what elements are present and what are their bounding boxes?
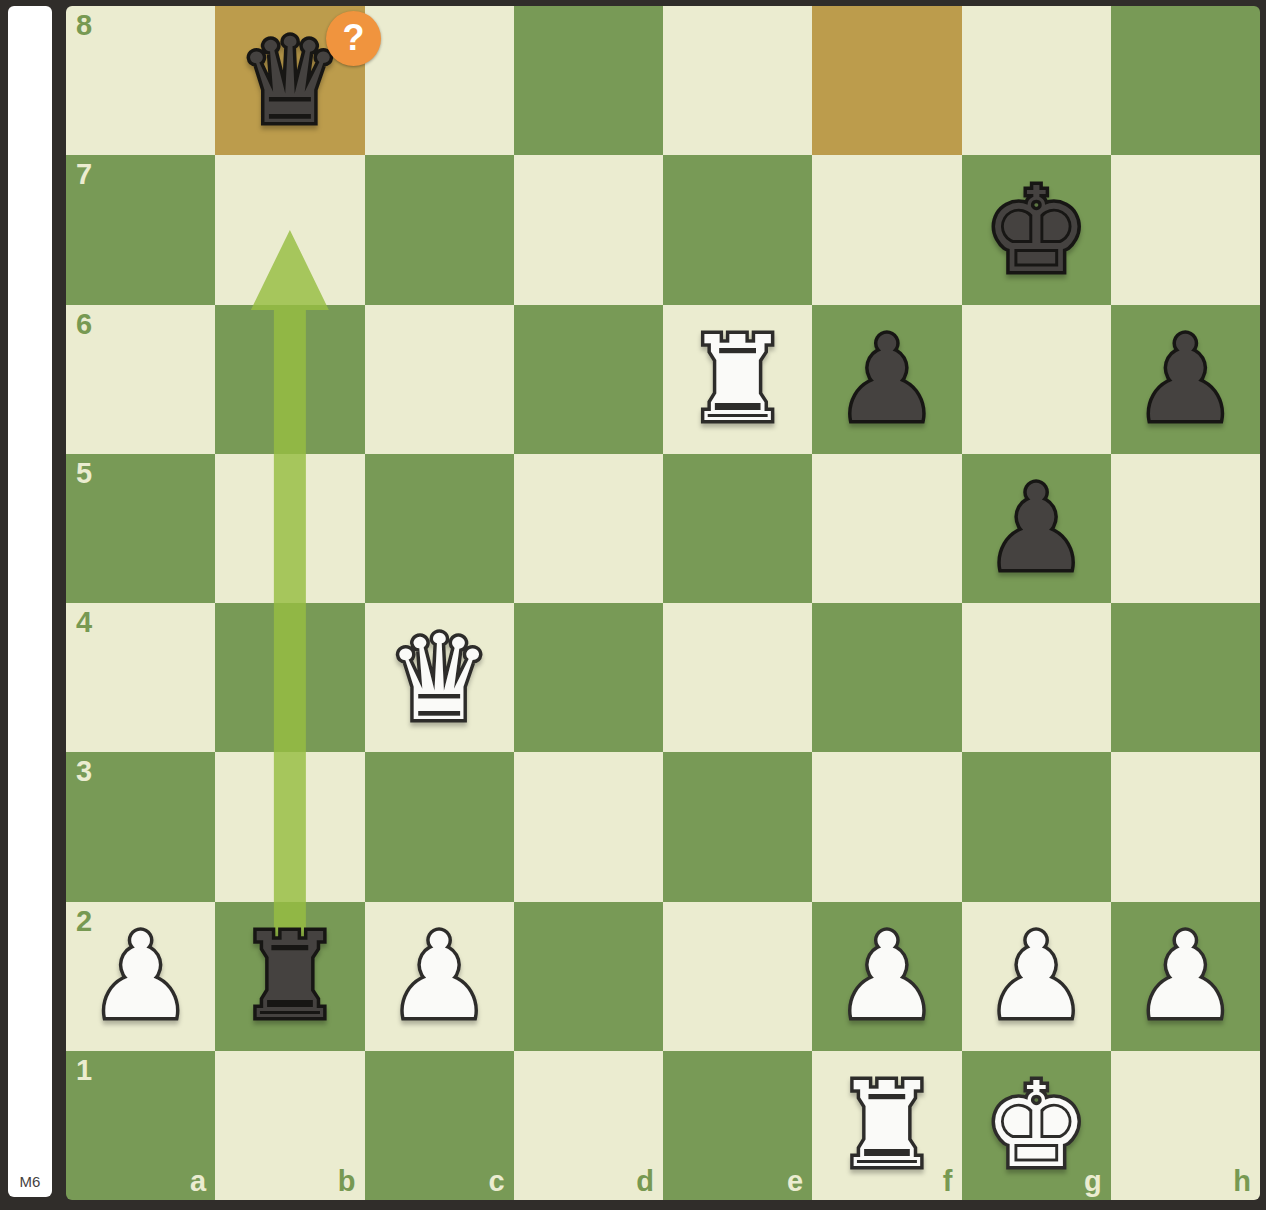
- square-c5[interactable]: [365, 454, 514, 603]
- square-b5[interactable]: [215, 454, 364, 603]
- square-a6[interactable]: 6: [66, 305, 215, 454]
- rank-label-6: 6: [76, 310, 92, 339]
- square-f8[interactable]: [812, 6, 961, 155]
- square-c7[interactable]: [365, 155, 514, 304]
- square-c6[interactable]: [365, 305, 514, 454]
- square-f4[interactable]: [812, 603, 961, 752]
- square-a4[interactable]: 4: [66, 603, 215, 752]
- square-g6[interactable]: [962, 305, 1111, 454]
- square-h3[interactable]: [1111, 752, 1260, 901]
- square-h2[interactable]: ♟: [1111, 902, 1260, 1051]
- piece-black-pawn-g5[interactable]: ♟: [962, 454, 1111, 603]
- square-e8[interactable]: [663, 6, 812, 155]
- square-c2[interactable]: ♟: [365, 902, 514, 1051]
- square-g4[interactable]: [962, 603, 1111, 752]
- square-f7[interactable]: [812, 155, 961, 304]
- piece-black-rook-b2[interactable]: ♜: [215, 902, 364, 1051]
- square-b2[interactable]: ♜: [215, 902, 364, 1051]
- file-label-a: a: [190, 1167, 206, 1196]
- piece-white-rook-f1[interactable]: ♜: [812, 1051, 961, 1200]
- square-a7[interactable]: 7: [66, 155, 215, 304]
- rank-label-3: 3: [76, 757, 92, 786]
- square-d4[interactable]: [514, 603, 663, 752]
- file-label-c: c: [489, 1167, 505, 1196]
- square-d5[interactable]: [514, 454, 663, 603]
- square-h7[interactable]: [1111, 155, 1260, 304]
- square-f3[interactable]: [812, 752, 961, 901]
- square-d2[interactable]: [514, 902, 663, 1051]
- square-a5[interactable]: 5: [66, 454, 215, 603]
- piece-white-rook-e6[interactable]: ♜: [663, 305, 812, 454]
- square-g3[interactable]: [962, 752, 1111, 901]
- square-c8[interactable]: [365, 6, 514, 155]
- square-f1[interactable]: f♜: [812, 1051, 961, 1200]
- square-c3[interactable]: [365, 752, 514, 901]
- piece-white-pawn-g2[interactable]: ♟: [962, 902, 1111, 1051]
- square-d3[interactable]: [514, 752, 663, 901]
- square-b1[interactable]: b: [215, 1051, 364, 1200]
- evaluation-bar: M6: [8, 6, 52, 1197]
- rank-label-5: 5: [76, 459, 92, 488]
- square-e4[interactable]: [663, 603, 812, 752]
- square-d7[interactable]: [514, 155, 663, 304]
- square-f5[interactable]: [812, 454, 961, 603]
- square-a2[interactable]: 2♟: [66, 902, 215, 1051]
- rank-label-8: 8: [76, 11, 92, 40]
- piece-white-king-g1[interactable]: ♚: [962, 1051, 1111, 1200]
- piece-black-pawn-f6[interactable]: ♟: [812, 305, 961, 454]
- chess-board: 8♛7♚6♜♟♟5♟4♛32♟♜♟♟♟♟1abcdef♜g♚h?: [66, 6, 1260, 1200]
- square-a3[interactable]: 3: [66, 752, 215, 901]
- square-e7[interactable]: [663, 155, 812, 304]
- square-g7[interactable]: ♚: [962, 155, 1111, 304]
- rank-label-4: 4: [76, 608, 92, 637]
- square-a8[interactable]: 8: [66, 6, 215, 155]
- square-e2[interactable]: [663, 902, 812, 1051]
- square-h8[interactable]: [1111, 6, 1260, 155]
- square-c4[interactable]: ♛: [365, 603, 514, 752]
- square-c1[interactable]: c: [365, 1051, 514, 1200]
- square-f6[interactable]: ♟: [812, 305, 961, 454]
- square-h6[interactable]: ♟: [1111, 305, 1260, 454]
- square-e1[interactable]: e: [663, 1051, 812, 1200]
- square-e3[interactable]: [663, 752, 812, 901]
- piece-black-pawn-h6[interactable]: ♟: [1111, 305, 1260, 454]
- square-h4[interactable]: [1111, 603, 1260, 752]
- piece-white-pawn-h2[interactable]: ♟: [1111, 902, 1260, 1051]
- piece-white-pawn-f2[interactable]: ♟: [812, 902, 961, 1051]
- piece-white-pawn-c2[interactable]: ♟: [365, 902, 514, 1051]
- square-h1[interactable]: h: [1111, 1051, 1260, 1200]
- square-g5[interactable]: ♟: [962, 454, 1111, 603]
- square-g8[interactable]: [962, 6, 1111, 155]
- square-d1[interactable]: d: [514, 1051, 663, 1200]
- square-b6[interactable]: [215, 305, 364, 454]
- mistake-badge: ?: [326, 11, 381, 66]
- piece-white-pawn-a2[interactable]: ♟: [66, 902, 215, 1051]
- square-h5[interactable]: [1111, 454, 1260, 603]
- rank-label-7: 7: [76, 160, 92, 189]
- file-label-e: e: [787, 1167, 803, 1196]
- square-b3[interactable]: [215, 752, 364, 901]
- square-e6[interactable]: ♜: [663, 305, 812, 454]
- file-label-b: b: [338, 1167, 356, 1196]
- square-e5[interactable]: [663, 454, 812, 603]
- evaluation-label: M6: [8, 1173, 52, 1190]
- square-g1[interactable]: g♚: [962, 1051, 1111, 1200]
- square-b7[interactable]: [215, 155, 364, 304]
- square-g2[interactable]: ♟: [962, 902, 1111, 1051]
- square-d6[interactable]: [514, 305, 663, 454]
- square-f2[interactable]: ♟: [812, 902, 961, 1051]
- square-d8[interactable]: [514, 6, 663, 155]
- rank-label-1: 1: [76, 1056, 92, 1085]
- piece-white-queen-c4[interactable]: ♛: [365, 603, 514, 752]
- square-b4[interactable]: [215, 603, 364, 752]
- file-label-d: d: [636, 1167, 654, 1196]
- square-a1[interactable]: 1a: [66, 1051, 215, 1200]
- piece-black-king-g7[interactable]: ♚: [962, 155, 1111, 304]
- file-label-h: h: [1233, 1167, 1251, 1196]
